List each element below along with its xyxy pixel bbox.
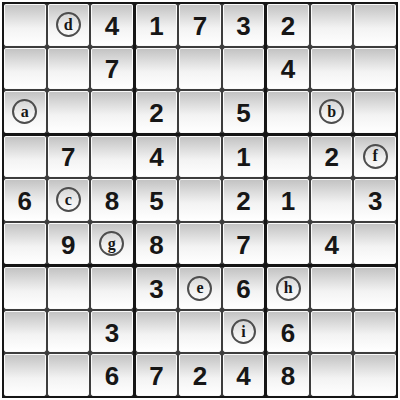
circled-letter-c: c xyxy=(56,187,81,212)
cell-r8c8[interactable] xyxy=(311,311,353,353)
cell-r3c3[interactable] xyxy=(91,91,133,133)
cell-r2c3[interactable]: 7 xyxy=(91,48,133,90)
cell-r4c3[interactable] xyxy=(91,136,133,178)
given-number: 3 xyxy=(105,320,119,346)
cell-r2c7[interactable]: 4 xyxy=(267,48,309,90)
cell-r8c1[interactable] xyxy=(4,311,46,353)
given-number: 1 xyxy=(149,13,163,39)
cell-r2c5[interactable] xyxy=(179,48,221,90)
cell-r1c1[interactable] xyxy=(4,4,46,46)
cell-r7c2[interactable] xyxy=(48,267,90,309)
cell-r9c9[interactable] xyxy=(354,354,396,396)
given-number: 9 xyxy=(61,232,75,258)
cell-r5c8[interactable] xyxy=(311,179,353,221)
given-number: 7 xyxy=(193,13,207,39)
cell-r9c3[interactable]: 6 xyxy=(91,354,133,396)
cell-r2c4[interactable] xyxy=(136,48,178,90)
given-number: 7 xyxy=(61,144,75,170)
given-number: 1 xyxy=(281,188,295,214)
given-number: 4 xyxy=(149,144,163,170)
given-number: 8 xyxy=(149,232,163,258)
cell-r2c9[interactable] xyxy=(354,48,396,90)
given-number: 4 xyxy=(281,56,295,82)
given-number: 2 xyxy=(281,13,295,39)
cell-r5c3[interactable]: 8 xyxy=(91,179,133,221)
cell-r3c2[interactable] xyxy=(48,91,90,133)
cell-r8c2[interactable] xyxy=(48,311,90,353)
cell-r4c2[interactable]: 7 xyxy=(48,136,90,178)
cell-r8c6[interactable]: i xyxy=(223,311,265,353)
box-3: 24b xyxy=(267,4,396,133)
cell-r6c6[interactable]: 7 xyxy=(223,223,265,265)
box-8: 3e6i724 xyxy=(136,267,265,396)
given-number: 4 xyxy=(324,232,338,258)
cell-r1c8[interactable] xyxy=(311,4,353,46)
cell-r5c6[interactable]: 2 xyxy=(223,179,265,221)
cell-r8c9[interactable] xyxy=(354,311,396,353)
cell-r5c4[interactable]: 5 xyxy=(136,179,178,221)
given-number: 6 xyxy=(236,276,250,302)
given-number: 6 xyxy=(18,188,32,214)
cell-r5c7[interactable]: 1 xyxy=(267,179,309,221)
cell-r8c3[interactable]: 3 xyxy=(91,311,133,353)
cell-r1c2[interactable]: d xyxy=(48,4,90,46)
cell-r3c8[interactable]: b xyxy=(311,91,353,133)
given-number: 7 xyxy=(105,56,119,82)
given-number: 6 xyxy=(281,320,295,346)
cell-r7c1[interactable] xyxy=(4,267,46,309)
given-number: 1 xyxy=(236,144,250,170)
cell-r7c3[interactable] xyxy=(91,267,133,309)
given-number: 6 xyxy=(105,363,119,389)
cell-r1c5[interactable]: 7 xyxy=(179,4,221,46)
cell-r9c2[interactable] xyxy=(48,354,90,396)
circled-letter-f: f xyxy=(363,144,388,169)
given-number: 8 xyxy=(105,188,119,214)
cell-r3c1[interactable]: a xyxy=(4,91,46,133)
given-number: 2 xyxy=(236,188,250,214)
cell-r6c8[interactable]: 4 xyxy=(311,223,353,265)
sudoku-board: d47a1732524b76c89g4152872f134363e6i724h6… xyxy=(2,2,398,398)
cell-r4c7[interactable] xyxy=(267,136,309,178)
circled-letter-e: e xyxy=(187,276,212,301)
given-number: 4 xyxy=(105,13,119,39)
cell-r5c5[interactable] xyxy=(179,179,221,221)
box-9: h68 xyxy=(267,267,396,396)
cell-r3c4[interactable]: 2 xyxy=(136,91,178,133)
cell-r7c4[interactable]: 3 xyxy=(136,267,178,309)
circled-letter-b: b xyxy=(319,99,344,124)
cell-r3c6[interactable]: 5 xyxy=(223,91,265,133)
given-number: 5 xyxy=(236,100,250,126)
cell-r4c6[interactable]: 1 xyxy=(223,136,265,178)
cell-r8c5[interactable] xyxy=(179,311,221,353)
given-number: 5 xyxy=(149,188,163,214)
given-number: 3 xyxy=(236,13,250,39)
cell-r6c2[interactable]: 9 xyxy=(48,223,90,265)
cell-r5c1[interactable]: 6 xyxy=(4,179,46,221)
box-6: 2f134 xyxy=(267,136,396,265)
cell-r6c9[interactable] xyxy=(354,223,396,265)
cell-r2c1[interactable] xyxy=(4,48,46,90)
cell-r7c9[interactable] xyxy=(354,267,396,309)
cell-r4c4[interactable]: 4 xyxy=(136,136,178,178)
cell-r9c5[interactable]: 2 xyxy=(179,354,221,396)
circled-letter-g: g xyxy=(99,231,124,256)
cell-r1c7[interactable]: 2 xyxy=(267,4,309,46)
given-number: 7 xyxy=(149,363,163,389)
given-number: 2 xyxy=(324,144,338,170)
cell-r6c5[interactable] xyxy=(179,223,221,265)
cell-r6c7[interactable] xyxy=(267,223,309,265)
cell-r4c9[interactable]: f xyxy=(354,136,396,178)
cell-r7c5[interactable]: e xyxy=(179,267,221,309)
box-5: 415287 xyxy=(136,136,265,265)
given-number: 4 xyxy=(236,363,250,389)
cell-r7c8[interactable] xyxy=(311,267,353,309)
cell-r6c1[interactable] xyxy=(4,223,46,265)
given-number: 8 xyxy=(281,363,295,389)
cell-r6c4[interactable]: 8 xyxy=(136,223,178,265)
given-number: 7 xyxy=(236,232,250,258)
given-number: 3 xyxy=(368,188,382,214)
box-7: 36 xyxy=(4,267,133,396)
cell-r1c3[interactable]: 4 xyxy=(91,4,133,46)
cell-r1c4[interactable]: 1 xyxy=(136,4,178,46)
cell-r4c5[interactable] xyxy=(179,136,221,178)
cell-r6c3[interactable]: g xyxy=(91,223,133,265)
given-number: 2 xyxy=(149,100,163,126)
page-background: d47a1732524b76c89g4152872f134363e6i724h6… xyxy=(0,0,400,400)
cell-r9c6[interactable]: 4 xyxy=(223,354,265,396)
cell-r1c6[interactable]: 3 xyxy=(223,4,265,46)
cell-r9c1[interactable] xyxy=(4,354,46,396)
cell-r1c9[interactable] xyxy=(354,4,396,46)
cell-r9c7[interactable]: 8 xyxy=(267,354,309,396)
cell-r8c7[interactable]: 6 xyxy=(267,311,309,353)
cell-r2c6[interactable] xyxy=(223,48,265,90)
box-1: d47a xyxy=(4,4,133,133)
given-number: 3 xyxy=(149,276,163,302)
circled-letter-h: h xyxy=(276,276,301,301)
cell-r5c9[interactable]: 3 xyxy=(354,179,396,221)
cell-r3c7[interactable] xyxy=(267,91,309,133)
cell-r7c7[interactable]: h xyxy=(267,267,309,309)
circled-letter-i: i xyxy=(231,319,256,344)
box-4: 76c89g xyxy=(4,136,133,265)
circled-letter-a: a xyxy=(12,99,37,124)
cell-r9c4[interactable]: 7 xyxy=(136,354,178,396)
cell-r2c8[interactable] xyxy=(311,48,353,90)
cell-r4c1[interactable] xyxy=(4,136,46,178)
cell-r3c5[interactable] xyxy=(179,91,221,133)
cell-r9c8[interactable] xyxy=(311,354,353,396)
circled-letter-d: d xyxy=(56,12,81,37)
cell-r2c2[interactable] xyxy=(48,48,90,90)
cell-r3c9[interactable] xyxy=(354,91,396,133)
given-number: 2 xyxy=(193,363,207,389)
box-2: 17325 xyxy=(136,4,265,133)
cell-r5c2[interactable]: c xyxy=(48,179,90,221)
cell-r7c6[interactable]: 6 xyxy=(223,267,265,309)
cell-r4c8[interactable]: 2 xyxy=(311,136,353,178)
cell-r8c4[interactable] xyxy=(136,311,178,353)
